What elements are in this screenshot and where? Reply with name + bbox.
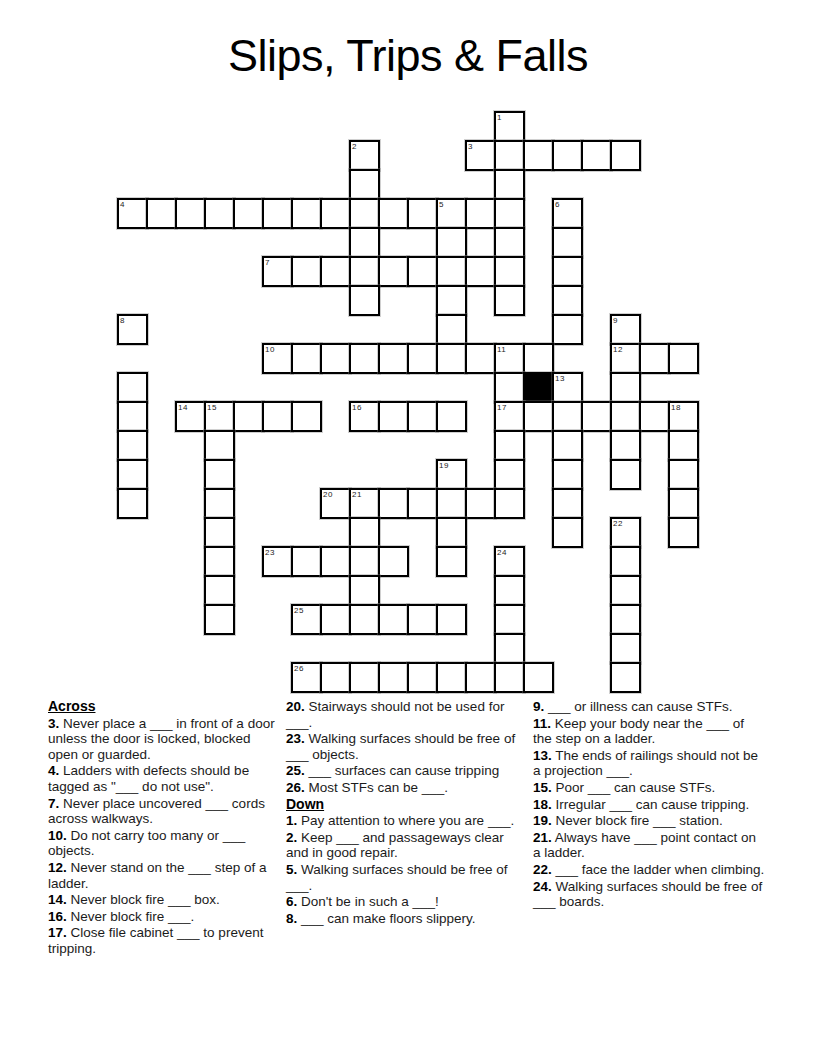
grid-cell[interactable]	[436, 604, 467, 635]
grid-cell[interactable]	[378, 343, 409, 374]
clue-3-across: 3. Never place a ___ in front of a door …	[48, 716, 281, 763]
grid-cell[interactable]	[204, 575, 235, 606]
grid-cell[interactable]	[436, 227, 467, 258]
cell-number-2: 2	[352, 143, 357, 151]
cell-number-16: 16	[352, 404, 362, 412]
grid-cell[interactable]	[494, 488, 525, 519]
grid-cell[interactable]	[349, 169, 380, 200]
cell-number-26: 26	[294, 665, 304, 673]
grid-cell[interactable]	[523, 662, 554, 693]
grid-cell[interactable]	[552, 227, 583, 258]
grid-cell[interactable]	[465, 662, 496, 693]
grid-cell[interactable]	[349, 285, 380, 316]
grid-cell[interactable]	[407, 256, 438, 287]
grid-cell[interactable]	[349, 604, 380, 635]
clue-12-across: 12. Never stand on the ___ step of a lad…	[48, 860, 281, 891]
grid-cell[interactable]	[610, 459, 641, 490]
grid-cell[interactable]	[668, 517, 699, 548]
cell-number-15: 15	[207, 404, 217, 412]
grid-cell[interactable]	[610, 546, 641, 577]
grid-cell[interactable]	[320, 198, 351, 229]
grid-cell[interactable]	[610, 372, 641, 403]
grid-cell[interactable]	[407, 604, 438, 635]
grid-cell[interactable]	[610, 430, 641, 461]
cell-number-18: 18	[671, 404, 681, 412]
cell-number-5: 5	[439, 201, 444, 209]
clue-9-down: 9. ___ or illness can cause STFs.	[533, 699, 766, 715]
grid-cell[interactable]	[262, 198, 293, 229]
cell-number-9: 9	[613, 317, 618, 325]
grid-cell[interactable]	[262, 401, 293, 432]
clue-column-3: 9. ___ or illness can cause STFs.11. Kee…	[533, 699, 766, 911]
grid-cell[interactable]	[204, 198, 235, 229]
clue-20-across: 20. Stairways should not be used for ___…	[286, 699, 523, 730]
grid-cell[interactable]	[494, 198, 525, 229]
clue-4-across: 4. Ladders with defects should be tagged…	[48, 763, 281, 794]
grid-cell[interactable]	[378, 662, 409, 693]
grid-cell[interactable]	[523, 140, 554, 171]
cell-number-17: 17	[497, 404, 507, 412]
cell-number-4: 4	[120, 201, 125, 209]
grid-cell[interactable]	[378, 401, 409, 432]
cell-number-22: 22	[613, 520, 623, 528]
grid-cell[interactable]	[552, 285, 583, 316]
grid-cell[interactable]	[407, 488, 438, 519]
cell-number-13: 13	[555, 375, 565, 383]
grid-cell[interactable]	[610, 662, 641, 693]
grid-cell[interactable]	[552, 430, 583, 461]
grid-cell[interactable]	[320, 604, 351, 635]
grid-cell[interactable]	[668, 430, 699, 461]
grid-cell[interactable]	[639, 343, 670, 374]
grid-cell[interactable]	[552, 517, 583, 548]
clue-17-across: 17. Close file cabinet ___ to prevent tr…	[48, 925, 281, 956]
grid-cell[interactable]	[465, 343, 496, 374]
grid-cell[interactable]	[552, 256, 583, 287]
clue-6-down: 6. Don't be in such a ___!	[286, 894, 523, 910]
grid-cell[interactable]	[349, 343, 380, 374]
clue-14-across: 14. Never block fire ___ box.	[48, 892, 281, 908]
grid-cell[interactable]	[494, 140, 525, 171]
grid-cell[interactable]	[233, 401, 264, 432]
grid-cell[interactable]	[204, 604, 235, 635]
clue-25-across: 25. ___ surfaces can cause tripping	[286, 763, 523, 779]
grid-cell[interactable]	[668, 343, 699, 374]
clue-15-down: 15. Poor ___ can cause STFs.	[533, 780, 766, 796]
grid-cell[interactable]	[523, 401, 554, 432]
clue-7-across: 7. Never place uncovered ___ cords acros…	[48, 796, 281, 827]
cell-number-19: 19	[439, 462, 449, 470]
grid-cell[interactable]	[494, 372, 525, 403]
cell-number-25: 25	[294, 607, 304, 615]
grid-cell[interactable]	[117, 459, 148, 490]
clue-16-across: 16. Never block fire ___.	[48, 909, 281, 925]
grid-cell[interactable]	[552, 140, 583, 171]
grid-cell[interactable]	[668, 459, 699, 490]
grid-cell[interactable]	[378, 488, 409, 519]
clue-24-down: 24. Walking surfaces should be free of _…	[533, 879, 766, 910]
grid-cell[interactable]	[349, 517, 380, 548]
clue-column-1: Across3. Never place a ___ in front of a…	[48, 699, 281, 958]
grid-cell[interactable]	[407, 662, 438, 693]
grid-cell[interactable]	[320, 662, 351, 693]
clue-26-across: 26. Most STFs can be ___.	[286, 780, 523, 796]
clue-18-down: 18. Irregular ___ can cause tripping.	[533, 797, 766, 813]
grid-cell[interactable]	[436, 546, 467, 577]
grid-cell[interactable]	[117, 401, 148, 432]
grid-cell[interactable]	[494, 285, 525, 316]
grid-cell[interactable]	[378, 546, 409, 577]
grid-cell[interactable]	[610, 575, 641, 606]
grid-cell[interactable]	[291, 198, 322, 229]
grid-cell[interactable]	[349, 662, 380, 693]
grid-cell[interactable]	[494, 459, 525, 490]
clue-column-2: 20. Stairways should not be used for ___…	[286, 699, 523, 927]
grid-cell[interactable]	[204, 517, 235, 548]
grid-cell[interactable]	[610, 401, 641, 432]
clue-11-down: 11. Keep your body near the ___ of the s…	[533, 716, 766, 747]
black-cell	[523, 372, 554, 403]
clue-10-across: 10. Do not carry too many or ___ objects…	[48, 828, 281, 859]
clue-22-down: 22. ___ face the ladder when climbing.	[533, 862, 766, 878]
grid-cell[interactable]	[668, 488, 699, 519]
grid-cell[interactable]	[610, 633, 641, 664]
grid-cell[interactable]	[494, 256, 525, 287]
cell-number-8: 8	[120, 317, 125, 325]
grid-cell[interactable]	[552, 314, 583, 345]
puzzle-title: Slips, Trips & Falls	[0, 30, 816, 82]
grid-cell[interactable]	[639, 401, 670, 432]
grid-cell[interactable]	[291, 546, 322, 577]
grid-cell[interactable]	[291, 256, 322, 287]
grid-cell[interactable]	[349, 546, 380, 577]
grid-cell[interactable]	[552, 401, 583, 432]
grid-cell[interactable]	[146, 198, 177, 229]
grid-cell[interactable]	[291, 343, 322, 374]
cell-number-21: 21	[352, 491, 362, 499]
grid-cell[interactable]	[407, 343, 438, 374]
cell-number-3: 3	[468, 143, 473, 151]
grid-cell[interactable]	[436, 343, 467, 374]
cell-number-1: 1	[497, 114, 502, 122]
grid-cell[interactable]	[465, 488, 496, 519]
grid-cell[interactable]	[494, 633, 525, 664]
grid-cell[interactable]	[436, 517, 467, 548]
grid-cell[interactable]	[465, 256, 496, 287]
cell-number-10: 10	[265, 346, 275, 354]
clue-1-down: 1. Pay attention to where you are ___.	[286, 813, 523, 829]
grid-cell[interactable]	[233, 198, 264, 229]
cell-number-23: 23	[265, 549, 275, 557]
grid-cell[interactable]	[378, 256, 409, 287]
cell-number-12: 12	[613, 346, 623, 354]
grid-cell[interactable]	[349, 256, 380, 287]
clue-19-down: 19. Never block fire ___ station.	[533, 813, 766, 829]
clue-8-down: 8. ___ can make floors slippery.	[286, 911, 523, 927]
grid-cell[interactable]	[204, 459, 235, 490]
grid-cell[interactable]	[349, 198, 380, 229]
cell-number-7: 7	[265, 259, 270, 267]
grid-cell[interactable]	[175, 198, 206, 229]
grid-cell[interactable]	[320, 546, 351, 577]
clue-13-down: 13. The ends of railings should not be a…	[533, 748, 766, 779]
grid-cell[interactable]	[378, 198, 409, 229]
grid-cell[interactable]	[407, 198, 438, 229]
grid-cell[interactable]	[494, 430, 525, 461]
grid-cell[interactable]	[117, 372, 148, 403]
grid-cell[interactable]	[494, 575, 525, 606]
grid-cell[interactable]	[581, 140, 612, 171]
cell-number-11: 11	[497, 346, 506, 354]
clue-5-down: 5. Walking surfaces should be free of __…	[286, 862, 523, 893]
clue-23-across: 23. Walking surfaces should be free of _…	[286, 731, 523, 762]
grid-cell[interactable]	[610, 140, 641, 171]
cell-number-24: 24	[497, 549, 507, 557]
grid-cell[interactable]	[552, 488, 583, 519]
grid-cell[interactable]	[378, 604, 409, 635]
grid-cell[interactable]	[204, 546, 235, 577]
cell-number-14: 14	[178, 404, 188, 412]
grid-cell[interactable]	[465, 198, 496, 229]
grid-cell[interactable]	[349, 575, 380, 606]
grid-cell[interactable]	[552, 459, 583, 490]
grid-cell[interactable]	[494, 227, 525, 258]
crossword-grid: 1234567891011121314151617181920212223242…	[117, 111, 699, 693]
grid-cell[interactable]	[204, 430, 235, 461]
grid-cell[interactable]	[494, 169, 525, 200]
grid-cell[interactable]	[436, 285, 467, 316]
grid-cell[interactable]	[291, 401, 322, 432]
grid-cell[interactable]	[436, 314, 467, 345]
cell-number-20: 20	[323, 491, 333, 499]
grid-cell[interactable]	[436, 662, 467, 693]
clue-21-down: 21. Always have ___ point contact on a l…	[533, 830, 766, 861]
grid-cell[interactable]	[349, 227, 380, 258]
grid-cell[interactable]	[494, 662, 525, 693]
grid-cell[interactable]	[204, 488, 235, 519]
grid-cell[interactable]	[407, 401, 438, 432]
grid-cell[interactable]	[523, 343, 554, 374]
grid-cell[interactable]	[581, 401, 612, 432]
grid-cell[interactable]	[610, 604, 641, 635]
grid-cell[interactable]	[436, 256, 467, 287]
clue-2-down: 2. Keep ___ and passageways clear and in…	[286, 830, 523, 861]
grid-cell[interactable]	[117, 488, 148, 519]
grid-cell[interactable]	[494, 604, 525, 635]
grid-cell[interactable]	[320, 256, 351, 287]
cell-number-6: 6	[555, 201, 560, 209]
grid-cell[interactable]	[117, 430, 148, 461]
across-header: Across	[48, 699, 281, 715]
grid-cell[interactable]	[436, 488, 467, 519]
down-header: Down	[286, 797, 523, 813]
grid-cell[interactable]	[436, 401, 467, 432]
grid-cell[interactable]	[320, 343, 351, 374]
